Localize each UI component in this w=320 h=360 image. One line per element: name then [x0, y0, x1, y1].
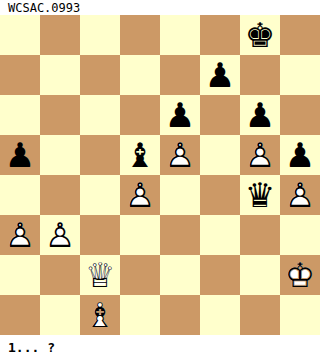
- square-b2[interactable]: [40, 255, 80, 295]
- square-e6[interactable]: ♟: [160, 95, 200, 135]
- piece-glyph: ♛: [240, 175, 280, 215]
- square-f8[interactable]: [200, 15, 240, 55]
- piece-glyph: ♟: [200, 55, 240, 95]
- square-h3[interactable]: [280, 215, 320, 255]
- square-c2[interactable]: ♛♕: [80, 255, 120, 295]
- square-h1[interactable]: [280, 295, 320, 335]
- square-e7[interactable]: [160, 55, 200, 95]
- piece-glyph: ♟: [280, 135, 320, 175]
- piece-black-bishop: ♝: [120, 135, 160, 175]
- square-g8[interactable]: ♚: [240, 15, 280, 55]
- piece-glyph: ♗: [80, 295, 120, 335]
- chess-board: ♚♟♟♟♟♝♟♙♟♙♟♟♙♛♟♙♟♙♟♙♛♕♚♔♝♗: [0, 15, 320, 335]
- piece-glyph: ♟: [240, 95, 280, 135]
- piece-white-pawn: ♟♙: [240, 135, 280, 175]
- square-g2[interactable]: [240, 255, 280, 295]
- square-b4[interactable]: [40, 175, 80, 215]
- square-g3[interactable]: [240, 215, 280, 255]
- square-b5[interactable]: [40, 135, 80, 175]
- square-e1[interactable]: [160, 295, 200, 335]
- square-b8[interactable]: [40, 15, 80, 55]
- square-f7[interactable]: ♟: [200, 55, 240, 95]
- square-c3[interactable]: [80, 215, 120, 255]
- square-e2[interactable]: [160, 255, 200, 295]
- square-c1[interactable]: ♝♗: [80, 295, 120, 335]
- square-h6[interactable]: [280, 95, 320, 135]
- piece-white-pawn: ♟♙: [160, 135, 200, 175]
- square-d1[interactable]: [120, 295, 160, 335]
- square-f5[interactable]: [200, 135, 240, 175]
- piece-glyph: ♔: [280, 255, 320, 295]
- piece-white-king: ♚♔: [280, 255, 320, 295]
- square-f6[interactable]: [200, 95, 240, 135]
- square-d4[interactable]: ♟♙: [120, 175, 160, 215]
- square-a3[interactable]: ♟♙: [0, 215, 40, 255]
- piece-glyph: ♚: [240, 15, 280, 55]
- piece-black-pawn: ♟: [0, 135, 40, 175]
- square-g6[interactable]: ♟: [240, 95, 280, 135]
- square-d6[interactable]: [120, 95, 160, 135]
- square-f1[interactable]: [200, 295, 240, 335]
- square-b1[interactable]: [40, 295, 80, 335]
- square-c6[interactable]: [80, 95, 120, 135]
- square-c8[interactable]: [80, 15, 120, 55]
- square-h4[interactable]: ♟♙: [280, 175, 320, 215]
- square-h7[interactable]: [280, 55, 320, 95]
- piece-glyph: ♙: [0, 215, 40, 255]
- piece-black-pawn: ♟: [240, 95, 280, 135]
- square-a5[interactable]: ♟: [0, 135, 40, 175]
- square-a8[interactable]: [0, 15, 40, 55]
- square-a2[interactable]: [0, 255, 40, 295]
- square-f2[interactable]: [200, 255, 240, 295]
- square-a6[interactable]: [0, 95, 40, 135]
- square-e8[interactable]: [160, 15, 200, 55]
- piece-black-pawn: ♟: [280, 135, 320, 175]
- square-d3[interactable]: [120, 215, 160, 255]
- square-f3[interactable]: [200, 215, 240, 255]
- piece-white-pawn: ♟♙: [280, 175, 320, 215]
- square-h5[interactable]: ♟: [280, 135, 320, 175]
- move-prompt: 1... ?: [0, 335, 320, 360]
- piece-glyph: ♙: [280, 175, 320, 215]
- square-d5[interactable]: ♝: [120, 135, 160, 175]
- square-h2[interactable]: ♚♔: [280, 255, 320, 295]
- square-e4[interactable]: [160, 175, 200, 215]
- square-g4[interactable]: ♛: [240, 175, 280, 215]
- piece-white-queen: ♛♕: [80, 255, 120, 295]
- piece-glyph: ♙: [240, 135, 280, 175]
- piece-white-pawn: ♟♙: [120, 175, 160, 215]
- square-h8[interactable]: [280, 15, 320, 55]
- square-g7[interactable]: [240, 55, 280, 95]
- square-f4[interactable]: [200, 175, 240, 215]
- piece-glyph: ♟: [0, 135, 40, 175]
- square-b3[interactable]: ♟♙: [40, 215, 80, 255]
- chess-puzzle-window: WCSAC.0993 ♚♟♟♟♟♝♟♙♟♙♟♟♙♛♟♙♟♙♟♙♛♕♚♔♝♗ 1.…: [0, 0, 320, 360]
- piece-glyph: ♕: [80, 255, 120, 295]
- square-e5[interactable]: ♟♙: [160, 135, 200, 175]
- square-a7[interactable]: [0, 55, 40, 95]
- piece-black-pawn: ♟: [200, 55, 240, 95]
- piece-glyph: ♟: [160, 95, 200, 135]
- square-g5[interactable]: ♟♙: [240, 135, 280, 175]
- square-c4[interactable]: [80, 175, 120, 215]
- piece-black-queen: ♛: [240, 175, 280, 215]
- puzzle-id: WCSAC.0993: [0, 0, 320, 15]
- square-e3[interactable]: [160, 215, 200, 255]
- square-c5[interactable]: [80, 135, 120, 175]
- square-d2[interactable]: [120, 255, 160, 295]
- square-d7[interactable]: [120, 55, 160, 95]
- square-b7[interactable]: [40, 55, 80, 95]
- piece-white-bishop: ♝♗: [80, 295, 120, 335]
- square-d8[interactable]: [120, 15, 160, 55]
- piece-white-pawn: ♟♙: [0, 215, 40, 255]
- piece-glyph: ♙: [160, 135, 200, 175]
- piece-white-pawn: ♟♙: [40, 215, 80, 255]
- piece-black-pawn: ♟: [160, 95, 200, 135]
- square-g1[interactable]: [240, 295, 280, 335]
- square-a4[interactable]: [0, 175, 40, 215]
- piece-glyph: ♝: [120, 135, 160, 175]
- square-a1[interactable]: [0, 295, 40, 335]
- piece-glyph: ♙: [120, 175, 160, 215]
- square-b6[interactable]: [40, 95, 80, 135]
- piece-black-king: ♚: [240, 15, 280, 55]
- square-c7[interactable]: [80, 55, 120, 95]
- piece-glyph: ♙: [40, 215, 80, 255]
